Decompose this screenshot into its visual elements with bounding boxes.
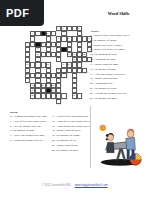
worksheet-title: Word Skills <box>90 11 147 16</box>
clue-item: 25. A season that rhymes with 'call'. <box>90 92 147 95</box>
clue-item: 9. Another way to say 'very small'. <box>90 48 147 51</box>
clue-item: 22. The opposite of far. <box>52 139 94 142</box>
clue-item: 21. The opposite of weak. <box>90 87 147 90</box>
ball-wedge-yellow <box>135 154 141 160</box>
clue-number: 11 <box>37 47 39 49</box>
across-heading: Across: <box>90 29 99 33</box>
clue-item: 4. The opposite of young. <box>90 39 147 42</box>
clue-number: 26 <box>31 89 33 91</box>
clue-item: 12. A synonym for trash. <box>90 58 147 61</box>
clue-number: 17 <box>26 63 28 65</box>
clue-number: 18 <box>47 63 49 65</box>
clue-number: 21 <box>57 68 59 70</box>
clue-item: 13. Another word for jump. <box>90 63 147 66</box>
clue-number: 15 <box>83 53 85 55</box>
left-child-dress <box>107 142 115 153</box>
clue-number: 4 <box>31 32 32 34</box>
clue-item: 19. The opposite of wrong. <box>52 134 94 137</box>
clue-item: 26. The opposite of empty. <box>90 97 147 100</box>
clue-number: 28 <box>31 94 33 96</box>
clue-item: 6. Another way to say 'teacher'. <box>90 44 147 47</box>
clue-number: 10 <box>42 42 44 44</box>
clue-number: 14 <box>73 53 75 55</box>
clue-number: 5 <box>47 32 48 34</box>
clue-number: 29 <box>73 94 75 96</box>
document-page: PDF Word Skills 123456789101112131415161… <box>0 0 149 198</box>
clue-item: 15. A kind of bird that begins with P. <box>52 125 94 128</box>
clue-number: 23 <box>31 84 33 86</box>
clue-number: 19 <box>63 63 65 65</box>
clue-item: 24. The opposite of open. <box>52 149 94 152</box>
clue-number: 25 <box>52 84 54 86</box>
clue-item: 18. Another word for forest. <box>52 129 94 132</box>
clue-item: 5. The opposite of none. <box>10 129 48 132</box>
clue-item: 8. A drink that rhymes with 'tea'. <box>10 139 48 142</box>
sun-icon <box>100 125 106 131</box>
across-clue-list: 1. A kind of flower that begins with D.4… <box>90 34 147 102</box>
clue-item: 10. The antonym of fresh. <box>90 53 147 56</box>
clue-number: 24 <box>42 84 44 86</box>
clue-item: 11. A kind of fruit that begins with A. <box>52 115 94 118</box>
clue-item: 2. A woman that rhymes with 'king'. <box>10 115 48 118</box>
clue-number: 12 <box>37 53 39 55</box>
left-child-pigtail-bottom <box>106 138 108 140</box>
crossword-grid: 1234567891011121314151617181920212223242… <box>25 26 98 104</box>
clue-item: 14. A kind of tree that begins with O. <box>52 120 94 123</box>
right-child-face <box>127 131 134 138</box>
clue-number: 20 <box>68 63 70 65</box>
beach-ball <box>130 154 142 166</box>
left-child <box>106 133 115 153</box>
clue-item: 20. A synonym of gift. <box>90 82 147 85</box>
clue-number: 27 <box>52 89 54 91</box>
clue-number: 9 <box>26 42 27 44</box>
clue-number: 22 <box>26 73 28 75</box>
down-clue-list-col1: 2. A woman that rhymes with 'king'.3. A … <box>10 115 48 144</box>
clue-item: 4. A pet that rhymes with 'log'. <box>10 125 48 128</box>
clue-item: 19. Another word for rock. <box>90 77 147 80</box>
clue-item: 17. A fruit that rhymes with 'berry'. <box>90 73 147 76</box>
clue-number: 6 <box>57 37 58 39</box>
ball-wedge-blue <box>130 154 136 160</box>
clue-number: 3 <box>78 27 79 29</box>
footer-link[interactable]: www.bogglesworldesl.com <box>75 183 108 187</box>
clue-number: 2 <box>63 27 64 29</box>
right-child-shirt <box>126 137 136 149</box>
pdf-badge: PDF <box>0 0 44 26</box>
clue-number: 1 <box>57 27 58 29</box>
down-clue-list-col2: 11. A kind of fruit that begins with A.1… <box>52 115 94 154</box>
footer: © 2012 Lanternfish ESL. www.bogglesworld… <box>0 183 149 187</box>
clue-item: 23. Another word for job. <box>52 144 94 147</box>
clue-item: 3. A type of fruit that begins with H. <box>10 120 48 123</box>
pdf-badge-label: PDF <box>0 7 30 19</box>
footer-copyright: © 2012 Lanternfish ESL. <box>41 183 72 187</box>
clue-item: 16. The opposite of high. <box>90 68 147 71</box>
children-illustration <box>97 122 145 170</box>
left-child-pigtail-top <box>106 134 108 136</box>
clue-number: 7 <box>68 37 69 39</box>
down-heading: Down: <box>10 110 18 114</box>
clue-item: 7. A place that rhymes with 'pool'. <box>10 134 48 137</box>
right-child-leg-left <box>127 149 130 160</box>
clue-item: 1. A kind of flower that begins with D. <box>90 34 147 37</box>
clue-number: 16 <box>73 58 75 60</box>
clue-number: 13 <box>68 53 70 55</box>
